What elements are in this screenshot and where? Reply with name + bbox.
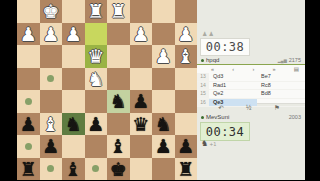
white-pawn[interactable]: ♟ [17, 23, 40, 46]
black-pawn[interactable]: ♟ [175, 135, 198, 158]
square-b6[interactable]: ♞ [152, 113, 175, 136]
square-f2[interactable]: ♟ [62, 23, 85, 46]
square-f4[interactable] [62, 68, 85, 91]
square-c7[interactable] [130, 135, 153, 158]
last-move-button[interactable]: » [272, 66, 275, 72]
square-c4[interactable] [130, 68, 153, 91]
black-bishop[interactable]: ♝ [107, 135, 130, 158]
white-pawn[interactable]: ♟ [152, 45, 175, 68]
black-knight[interactable]: ♞ [62, 113, 85, 136]
move-row: 13 Qd3 Be7 [197, 73, 305, 82]
square-b2[interactable] [152, 23, 175, 46]
white-pawn[interactable]: ♟ [175, 23, 198, 46]
white-bishop[interactable]: ♝ [175, 45, 198, 68]
square-b1[interactable] [152, 0, 175, 23]
square-a7[interactable]: ♟ [175, 135, 198, 158]
online-dot-icon [201, 59, 204, 62]
move-row: 14 Rad1 Rc8 [197, 82, 305, 91]
square-f8[interactable]: ♝ [62, 158, 85, 181]
move-dest-dot [25, 143, 32, 150]
white-pawn[interactable]: ♟ [40, 23, 63, 46]
square-c3[interactable] [130, 45, 153, 68]
square-a4[interactable] [175, 68, 198, 91]
player-row-bottom: MevSuni 2003 [201, 113, 301, 121]
square-a2[interactable]: ♟ [175, 23, 198, 46]
square-c1[interactable] [130, 0, 153, 23]
white-move[interactable]: Rad1 [209, 82, 257, 90]
white-pawn[interactable]: ♟ [62, 23, 85, 46]
square-g6[interactable]: ♝ [40, 113, 63, 136]
square-a1[interactable] [175, 0, 198, 23]
square-f1[interactable] [62, 0, 85, 23]
square-d8[interactable]: ♚ [107, 158, 130, 181]
black-knight[interactable]: ♞ [107, 90, 130, 113]
square-e2[interactable] [85, 23, 108, 46]
draw-offer-button[interactable]: ½ [246, 104, 251, 111]
square-d6[interactable] [107, 113, 130, 136]
signal-bars-icon: ▂▄▆ [278, 58, 287, 63]
square-h5[interactable] [17, 90, 40, 113]
square-d1[interactable]: ♜ [107, 0, 130, 23]
resign-flag-button[interactable]: ⚑ [274, 104, 280, 112]
move-dest-dot [47, 165, 54, 172]
square-e3[interactable]: ♛ [85, 45, 108, 68]
online-dot-icon [201, 116, 204, 119]
black-move[interactable]: Rc8 [257, 82, 305, 90]
square-e6[interactable]: ♟ [85, 113, 108, 136]
square-b5[interactable] [152, 90, 175, 113]
black-queen[interactable]: ♛ [130, 113, 153, 136]
first-move-button[interactable]: « [211, 66, 214, 72]
player-rating-bottom: 2003 [289, 114, 301, 120]
square-c8[interactable] [130, 158, 153, 181]
square-b3[interactable]: ♟ [152, 45, 175, 68]
movelist-card: « ‹ › » ▤ 13 Qd3 Be7 14 Rad1 Rc8 15 [197, 65, 305, 104]
move-list: 13 Qd3 Be7 14 Rad1 Rc8 15 Qe2 Bd8 16 Qe3 [197, 73, 305, 107]
game-actions: ↶ ½ ⚑ [207, 103, 291, 112]
white-pawn[interactable]: ♟ [130, 23, 153, 46]
white-knight[interactable]: ♞ [85, 68, 108, 91]
black-rook[interactable]: ♜ [17, 158, 40, 181]
square-e5[interactable] [85, 90, 108, 113]
black-pawn[interactable]: ♟ [85, 113, 108, 136]
square-h7[interactable] [17, 135, 40, 158]
square-b7[interactable]: ♟ [152, 135, 175, 158]
square-c6[interactable]: ♛ [130, 113, 153, 136]
square-e7[interactable] [85, 135, 108, 158]
player-name-bottom[interactable]: MevSuni [206, 114, 229, 120]
square-h4[interactable] [17, 68, 40, 91]
square-h1[interactable] [17, 0, 40, 23]
square-b8[interactable] [152, 158, 175, 181]
black-move[interactable]: Be7 [257, 73, 305, 81]
move-number: 15 [197, 90, 209, 98]
square-f3[interactable] [62, 45, 85, 68]
black-bishop[interactable]: ♝ [62, 158, 85, 181]
square-f7[interactable] [62, 135, 85, 158]
prev-move-button[interactable]: ‹ [232, 66, 234, 72]
white-king[interactable]: ♚ [40, 0, 63, 23]
square-d3[interactable] [107, 45, 130, 68]
square-c5[interactable]: ♟ [130, 90, 153, 113]
square-g8[interactable] [40, 158, 63, 181]
square-a5[interactable] [175, 90, 198, 113]
chess-board[interactable]: ♚♜♜♟♟♟♟♟♛♟♝♞♞♟♟♝♞♟♛♞♟♝♟♟♜♝♚♜ [17, 0, 197, 180]
white-queen[interactable]: ♛ [85, 45, 108, 68]
square-d2[interactable] [107, 23, 130, 46]
black-pawn[interactable]: ♟ [152, 135, 175, 158]
white-rook[interactable]: ♜ [107, 0, 130, 23]
white-move[interactable]: Qd3 [209, 73, 257, 81]
square-g7[interactable]: ♟ [40, 135, 63, 158]
move-number: 13 [197, 73, 209, 81]
white-clock: 00:38 [200, 38, 250, 56]
player-name-top[interactable]: hpqd [206, 57, 219, 63]
black-rook[interactable]: ♜ [175, 158, 198, 181]
move-row: 15 Qe2 Bd8 [197, 90, 305, 99]
square-g1[interactable]: ♚ [40, 0, 63, 23]
square-f5[interactable] [62, 90, 85, 113]
move-dest-dot [92, 165, 99, 172]
black-move[interactable]: Bd8 [257, 90, 305, 98]
square-g5[interactable] [40, 90, 63, 113]
takeback-button[interactable]: ↶ [218, 104, 223, 112]
square-h8[interactable]: ♜ [17, 158, 40, 181]
video-frame: ♚♜♜♟♟♟♟♟♛♟♝♞♞♟♟♝♞♟♛♞♟♝♟♟♜♝♚♜ ♟♟ 00:38 hp… [0, 0, 320, 180]
square-h3[interactable] [17, 45, 40, 68]
square-d4[interactable] [107, 68, 130, 91]
move-dest-dot [25, 98, 32, 105]
white-bishop[interactable]: ♝ [40, 113, 63, 136]
move-navigation: « ‹ › » ▤ [211, 65, 299, 73]
square-d7[interactable]: ♝ [107, 135, 130, 158]
captured-pieces-top: ♟♟ [202, 30, 215, 37]
white-rook[interactable]: ♜ [85, 0, 108, 23]
square-h2[interactable]: ♟ [17, 23, 40, 46]
captured-knight-icon: ♞ [201, 139, 208, 148]
square-a3[interactable]: ♝ [175, 45, 198, 68]
square-d5[interactable]: ♞ [107, 90, 130, 113]
black-pawn[interactable]: ♟ [130, 90, 153, 113]
black-king[interactable]: ♚ [107, 158, 130, 181]
next-move-button[interactable]: › [252, 66, 254, 72]
move-number: 14 [197, 82, 209, 90]
white-move[interactable]: Qe2 [209, 90, 257, 98]
analysis-board-icon[interactable]: ▤ [294, 66, 299, 72]
square-e1[interactable]: ♜ [85, 0, 108, 23]
square-a8[interactable]: ♜ [175, 158, 198, 181]
square-c2[interactable]: ♟ [130, 23, 153, 46]
square-f6[interactable]: ♞ [62, 113, 85, 136]
captured-pieces-bottom: ♞+1 [201, 139, 217, 148]
square-g3[interactable] [40, 45, 63, 68]
square-b4[interactable] [152, 68, 175, 91]
side-panel: ♟♟ 00:38 hpqd ▂▄▆ 2175 « ‹ › » ▤ 13 Qd3 [197, 0, 305, 180]
square-g2[interactable]: ♟ [40, 23, 63, 46]
square-e8[interactable] [85, 158, 108, 181]
square-a6[interactable] [175, 113, 198, 136]
black-knight[interactable]: ♞ [152, 113, 175, 136]
black-pawn[interactable]: ♟ [40, 135, 63, 158]
square-g4[interactable] [40, 68, 63, 91]
player-rating-top: 2175 [289, 57, 301, 63]
square-e4[interactable]: ♞ [85, 68, 108, 91]
player-row-top: hpqd ▂▄▆ 2175 [201, 56, 301, 64]
black-pawn[interactable]: ♟ [17, 113, 40, 136]
move-dest-dot [47, 75, 54, 82]
square-h6[interactable]: ♟ [17, 113, 40, 136]
material-count: +1 [209, 141, 216, 147]
